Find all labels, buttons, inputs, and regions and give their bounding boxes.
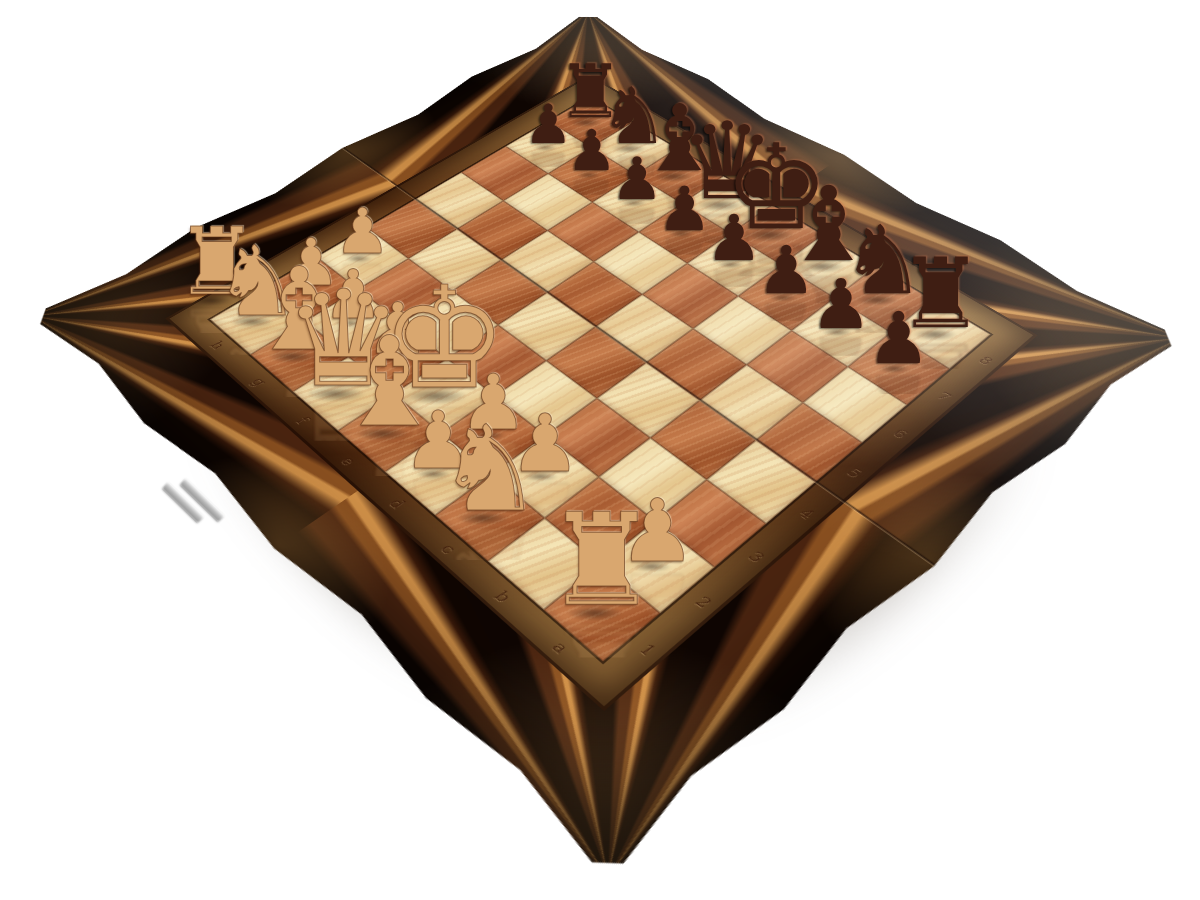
carved-chess-board: abcdefgh12345678	[32, 12, 1180, 878]
photo-stage: abcdefgh12345678 ♜♜♟♟♞♞♟♟♝♝♟♟♛♛♟♟♚♚♟♟♟♟♝…	[0, 0, 1200, 900]
